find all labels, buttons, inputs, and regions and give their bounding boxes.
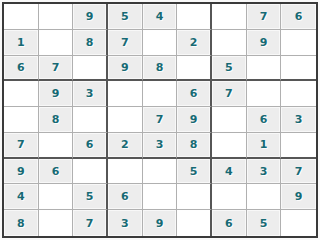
sudoku-board: 9547618729679859367879637623819654374569… [2,2,170,170]
cell-r7c2-given: 6 [39,159,74,170]
cell-r4c5-empty[interactable] [143,81,170,107]
cell-r3c5-given: 8 [143,56,170,82]
cell-r4c4-empty[interactable] [108,81,143,107]
cell-r6c5-given: 3 [143,133,170,159]
cell-r1c5-given: 4 [143,4,170,30]
cell-r4c3-given: 3 [73,81,108,107]
cell-r6c1-given: 7 [4,133,39,159]
cell-r6c4-given: 2 [108,133,143,159]
cell-r6c2-empty[interactable] [39,133,74,159]
cell-r5c2-given: 8 [39,107,74,133]
sudoku-board-wrap: 9547618729679859367879637623819654374569… [2,2,170,170]
cell-r1c4-given: 5 [108,4,143,30]
cell-r1c3-given: 9 [73,4,108,30]
cell-r4c2-given: 9 [39,81,74,107]
cell-r3c4-given: 9 [108,56,143,82]
cell-r1c1-empty[interactable] [4,4,39,30]
cell-r2c2-empty[interactable] [39,30,74,56]
cell-r3c2-given: 7 [39,56,74,82]
cell-r4c1-empty[interactable] [4,81,39,107]
cell-r7c1-given: 9 [4,159,39,170]
cell-r7c5-empty[interactable] [143,159,170,170]
cell-r1c2-empty[interactable] [39,4,74,30]
cell-r7c4-empty[interactable] [108,159,143,170]
cell-r6c3-given: 6 [73,133,108,159]
cell-r2c4-given: 7 [108,30,143,56]
cell-r2c5-empty[interactable] [143,30,170,56]
cell-r5c5-given: 7 [143,107,170,133]
cell-r3c3-empty[interactable] [73,56,108,82]
cell-r3c1-given: 6 [4,56,39,82]
cell-r2c3-given: 8 [73,30,108,56]
cell-r7c3-empty[interactable] [73,159,108,170]
cell-r5c3-empty[interactable] [73,107,108,133]
cell-r5c1-empty[interactable] [4,107,39,133]
cell-r5c4-empty[interactable] [108,107,143,133]
cell-r2c1-given: 1 [4,30,39,56]
